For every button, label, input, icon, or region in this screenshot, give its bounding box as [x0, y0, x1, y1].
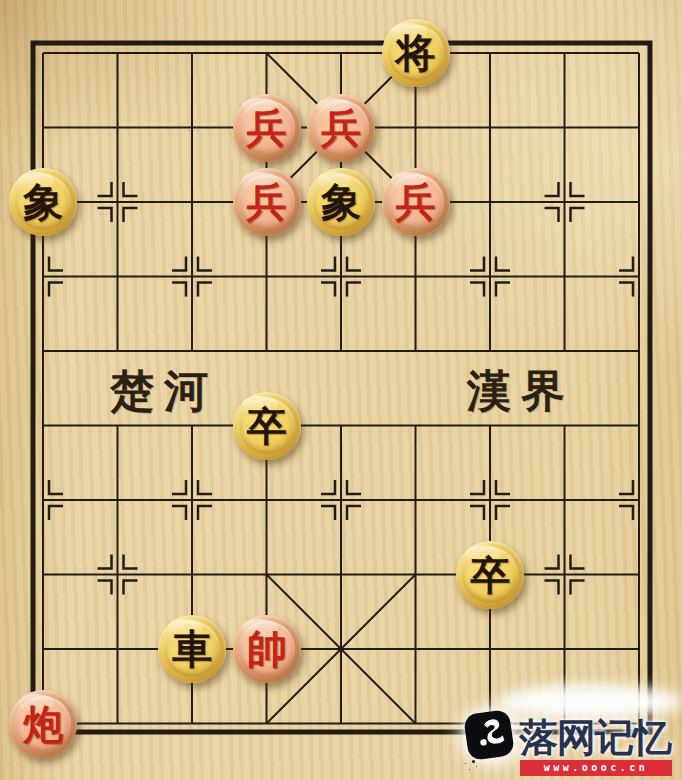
black-soldier[interactable]: 卒 [456, 541, 524, 609]
piece-glyph: 兵 [247, 108, 287, 148]
red-general[interactable]: 帥 [233, 615, 301, 683]
watermark: 落网记忆 www.oooc.cn [448, 684, 682, 780]
piece-glyph: 兵 [396, 182, 436, 222]
piece-glyph: 炮 [23, 704, 63, 744]
piece-glyph: 兵 [247, 182, 287, 222]
black-general[interactable]: 将 [382, 19, 450, 87]
black-soldier[interactable]: 卒 [233, 392, 301, 460]
watermark-speckles [472, 760, 475, 763]
red-soldier[interactable]: 兵 [233, 168, 301, 236]
black-elephant[interactable]: 象 [9, 168, 77, 236]
red-soldier[interactable]: 兵 [382, 168, 450, 236]
swan-icon [466, 712, 511, 757]
black-elephant[interactable]: 象 [307, 168, 375, 236]
site-url: www.oooc.cn [520, 760, 672, 776]
site-logo-icon [463, 709, 515, 761]
piece-glyph: 兵 [321, 108, 361, 148]
board-intersections[interactable]: 将兵兵象兵象兵卒卒車帥炮 [6, 16, 677, 761]
red-cannon[interactable]: 炮 [9, 690, 77, 758]
piece-glyph: 卒 [247, 406, 287, 446]
red-soldier[interactable]: 兵 [307, 94, 375, 162]
piece-glyph: 象 [23, 182, 63, 222]
piece-glyph: 将 [396, 33, 436, 73]
xiangqi-board-screen: 楚河 漢界 将兵兵象兵象兵卒卒車帥炮 落网记忆 www.oooc.cn [0, 0, 682, 780]
site-name: 落网记忆 [519, 711, 671, 765]
move-target-marker [148, 680, 236, 768]
red-soldier[interactable]: 兵 [233, 94, 301, 162]
piece-glyph: 帥 [247, 629, 287, 669]
piece-glyph: 車 [172, 629, 212, 669]
piece-glyph: 象 [321, 182, 361, 222]
piece-glyph: 卒 [470, 555, 510, 595]
